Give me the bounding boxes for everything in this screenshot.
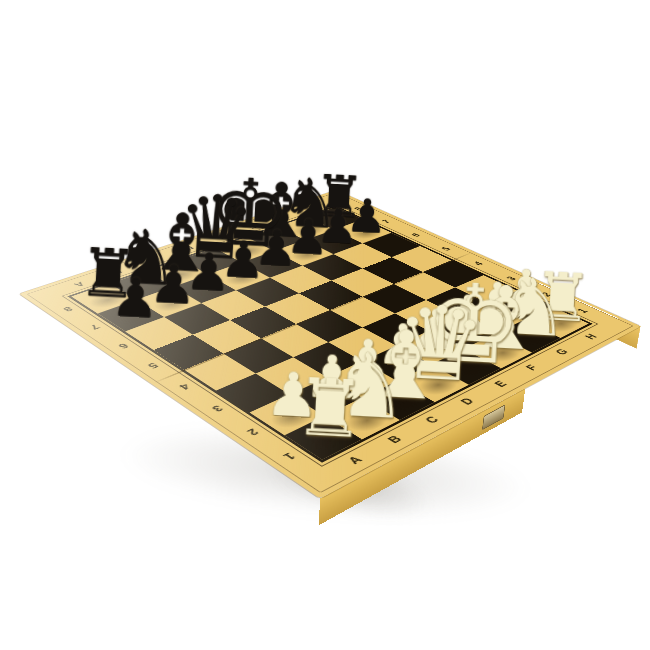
clasp-latch [482, 404, 505, 430]
chess-set-photo: ABCDEFGH ABCDEFGH 87654321 87654321 ♜♞♝♛… [0, 0, 650, 650]
chess-board: ABCDEFGH ABCDEFGH 87654321 87654321 ♜♞♝♛… [19, 190, 640, 499]
perspective-wrapper: ABCDEFGH ABCDEFGH 87654321 87654321 ♜♞♝♛… [0, 0, 650, 646]
